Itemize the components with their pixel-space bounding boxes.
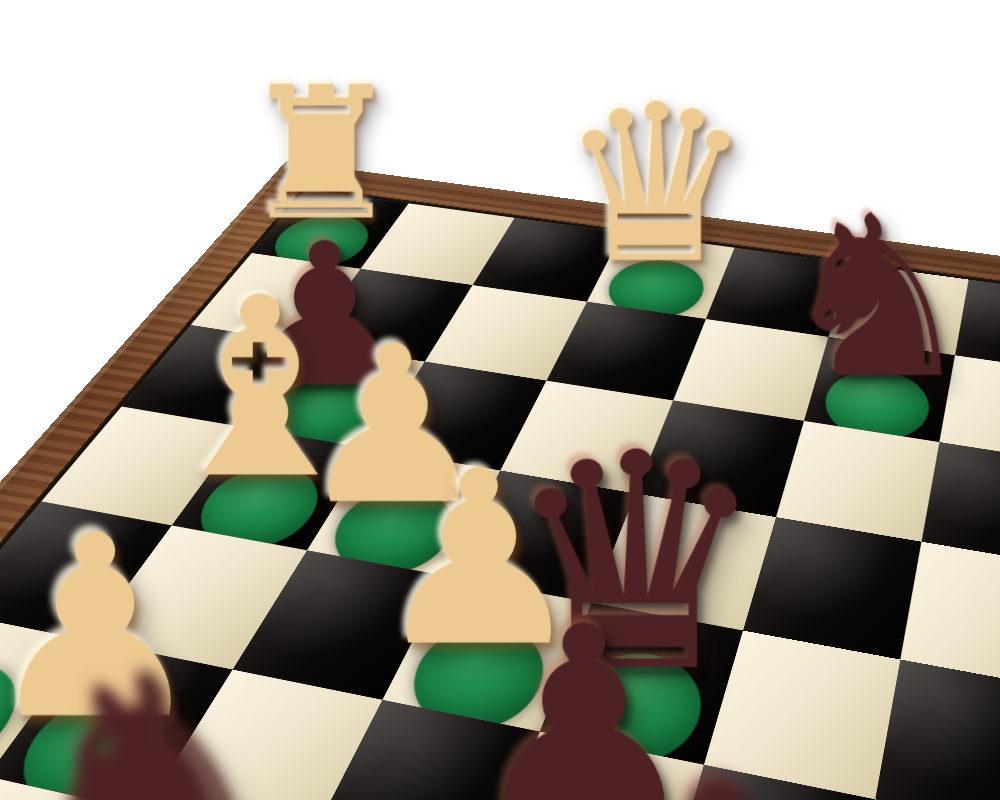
piece-black-knight-c2[interactable]: ♞ (13, 642, 301, 800)
piece-black-bishop-f2[interactable]: ♝ (558, 746, 876, 800)
photo-scene: ♜♛♞♝♟♝♟♟♛♞♟♟♞♝ (0, 0, 1000, 800)
piece-black-knight-f7[interactable]: ♞ (777, 192, 977, 404)
board-frame: ♜♛♞♝♟♝♟♟♛♞♟♟♞♝ (0, 161, 1000, 800)
piece-white-queen-d8[interactable]: ♛ (559, 81, 754, 288)
screenshot-root: ♜♛♞♝♟♝♟♟♛♞♟♟♞♝ (0, 0, 1000, 800)
chess-board: ♜♛♞♝♟♝♟♟♛♞♟♟♞♝ (0, 161, 1000, 800)
board-squares-grid: ♜♛♞♝♟♝♟♟♛♞♟♟♞♝ (0, 188, 1000, 800)
